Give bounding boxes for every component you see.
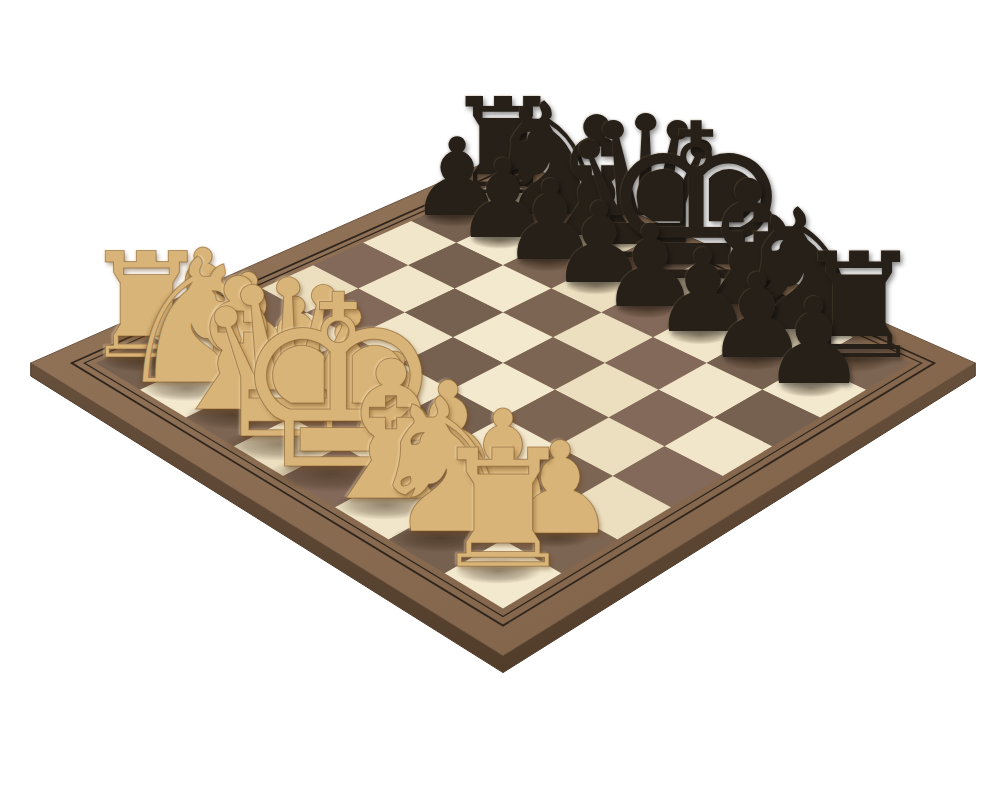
chessboard-photo: ♜♞♝♛♚♝♞♜♟♟♟♟♟♟♟♟♟♟♟♟♟♟♟♟♜♞♝♛♚♝♞♜ [0, 0, 1000, 800]
piece-black-pawn-h7[interactable]: ♟ [761, 283, 868, 402]
piece-white-rook-h1[interactable]: ♜ [430, 428, 576, 591]
